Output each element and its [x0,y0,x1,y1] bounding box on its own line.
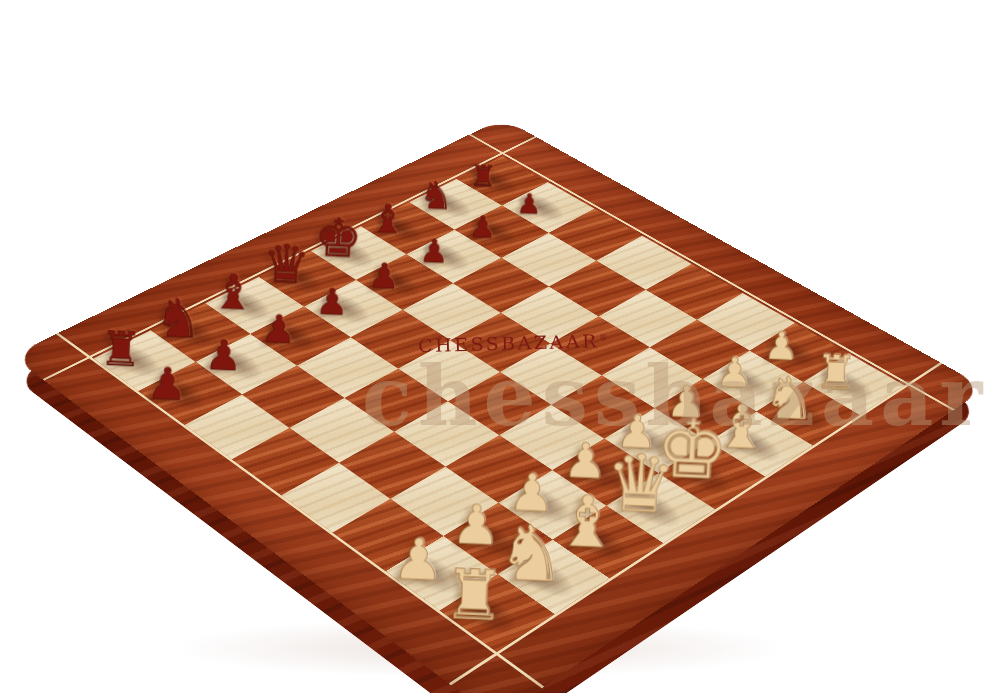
red-pawn-g7[interactable]: ♟ [448,211,516,242]
piece-contact-shadow [312,289,380,330]
red-pawn-d7[interactable]: ♟ [296,283,367,320]
red-king-e8[interactable]: ♚ [303,211,373,264]
square-e7[interactable]: ♟ [356,254,453,309]
red-bishop-f8[interactable]: ♝ [354,199,422,239]
red-bishop-c8[interactable]: ♝ [197,269,269,317]
piece-contact-shadow [417,187,481,223]
piece-contact-shadow [369,210,434,247]
square-d8[interactable]: ♛ [259,251,356,306]
red-pawn-f7[interactable]: ♟ [399,234,468,267]
square-e8[interactable]: ♚ [311,226,406,280]
square-c7[interactable]: ♟ [251,306,351,365]
square-f8[interactable]: ♝ [361,202,455,254]
square-g7[interactable]: ♟ [455,205,549,257]
red-pawn-a7[interactable]: ♟ [129,361,204,406]
square-h5[interactable] [597,235,692,289]
red-queen-d8[interactable]: ♛ [251,237,322,290]
piece-contact-shadow [414,238,480,276]
piece-contact-shadow [364,263,431,302]
square-h4[interactable] [646,263,742,319]
white-rook-a1[interactable]: ♜ [432,560,516,629]
registered-mark: ® [599,333,608,343]
square-h8[interactable]: ♜ [457,156,548,205]
square-g8[interactable]: ♞ [409,178,501,229]
piece-contact-shadow [214,286,281,327]
piece-contact-shadow [259,316,328,358]
product-photo-stage: ♜♟♟♜♞♟♟♞♝♟♟♝♚♟♟♚♛♟♟♛♝♟♟♝♞♟♟♞♜♟♟♜ CHESSBA… [0,0,1000,693]
square-f6[interactable] [453,257,550,312]
square-g6[interactable] [501,232,596,286]
red-pawn-h7[interactable]: ♟ [496,189,563,218]
piece-contact-shadow [509,190,574,226]
photo-watermark: chessbazaar [362,348,989,444]
piece-contact-shadow [464,164,528,199]
square-g4[interactable] [599,289,697,346]
square-d7[interactable]: ♟ [304,279,402,336]
square-g5[interactable] [549,260,646,316]
red-pawn-e7[interactable]: ♟ [349,258,419,294]
square-h6[interactable] [549,208,643,260]
piece-contact-shadow [267,260,334,299]
piece-contact-shadow [319,235,385,273]
red-rook-h8[interactable]: ♜ [450,160,516,191]
square-h3[interactable] [697,292,795,349]
square-h7[interactable]: ♟ [502,182,594,233]
square-e6[interactable] [402,283,500,340]
square-f7[interactable]: ♟ [406,229,501,283]
red-knight-g8[interactable]: ♞ [403,176,470,215]
piece-contact-shadow [462,214,528,251]
square-c8[interactable]: ♝ [206,276,304,333]
